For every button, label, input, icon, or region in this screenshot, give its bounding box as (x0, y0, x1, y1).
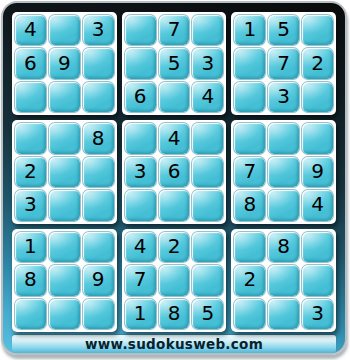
cell-r5c3[interactable] (83, 157, 114, 187)
cell-digit: 9 (58, 53, 71, 73)
box-2-3: 7984 (231, 120, 336, 223)
cell-r7c6[interactable] (192, 232, 223, 262)
cell-digit: 2 (243, 269, 256, 289)
cell-r6c3[interactable] (83, 190, 114, 220)
cell-r9c2[interactable] (49, 299, 80, 329)
cell-r8c4[interactable]: 7 (125, 265, 156, 295)
box-3-3: 823 (231, 229, 336, 332)
cell-r4c9[interactable] (302, 123, 333, 153)
footer-bar: www.sudokusweb.com (12, 335, 336, 353)
cell-r8c1[interactable]: 8 (15, 265, 46, 295)
cell-r6c5[interactable] (159, 190, 190, 220)
cell-r1c7[interactable]: 1 (234, 15, 265, 45)
cell-r9c3[interactable] (83, 299, 114, 329)
cell-r9c9[interactable]: 3 (302, 299, 333, 329)
cell-digit: 4 (311, 194, 324, 214)
cell-digit: 6 (168, 161, 181, 181)
cell-digit: 5 (168, 53, 181, 73)
cell-r1c6[interactable] (192, 15, 223, 45)
cell-digit: 4 (202, 86, 215, 106)
cell-digit: 3 (24, 194, 37, 214)
cell-r9c5[interactable]: 8 (159, 299, 190, 329)
cell-r1c1[interactable]: 4 (15, 15, 46, 45)
cell-r3c7[interactable] (234, 82, 265, 112)
cell-r7c4[interactable]: 4 (125, 232, 156, 262)
cell-r5c9[interactable]: 9 (302, 157, 333, 187)
cell-r6c2[interactable] (49, 190, 80, 220)
cell-digit: 7 (168, 19, 181, 39)
cell-r6c1[interactable]: 3 (15, 190, 46, 220)
cell-r2c8[interactable]: 7 (268, 48, 299, 78)
cell-r9c7[interactable] (234, 299, 265, 329)
cell-r2c6[interactable]: 3 (192, 48, 223, 78)
cell-r5c4[interactable]: 3 (125, 157, 156, 187)
cell-r7c7[interactable] (234, 232, 265, 262)
box-3-2: 427185 (122, 229, 227, 332)
cell-r3c1[interactable] (15, 82, 46, 112)
cell-r1c2[interactable] (49, 15, 80, 45)
cell-digit: 8 (277, 236, 290, 256)
cell-r5c8[interactable] (268, 157, 299, 187)
cell-digit: 9 (311, 161, 324, 181)
cell-r6c7[interactable]: 8 (234, 190, 265, 220)
cell-r2c2[interactable]: 9 (49, 48, 80, 78)
cell-digit: 1 (243, 19, 256, 39)
cell-digit: 9 (92, 269, 105, 289)
cell-r8c7[interactable]: 2 (234, 265, 265, 295)
cell-digit: 2 (24, 161, 37, 181)
cell-r3c4[interactable]: 6 (125, 82, 156, 112)
box-2-1: 823 (12, 120, 117, 223)
cell-r9c4[interactable]: 1 (125, 299, 156, 329)
cell-r2c3[interactable] (83, 48, 114, 78)
cell-r3c6[interactable]: 4 (192, 82, 223, 112)
cell-r3c5[interactable] (159, 82, 190, 112)
box-3-1: 189 (12, 229, 117, 332)
cell-digit: 8 (168, 303, 181, 323)
cell-r3c8[interactable]: 3 (268, 82, 299, 112)
site-url-label: www.sudokusweb.com (85, 336, 263, 352)
cell-r7c3[interactable] (83, 232, 114, 262)
cell-r6c9[interactable]: 4 (302, 190, 333, 220)
cell-r1c8[interactable]: 5 (268, 15, 299, 45)
cell-r2c5[interactable]: 5 (159, 48, 190, 78)
cell-r5c7[interactable]: 7 (234, 157, 265, 187)
cell-digit: 7 (134, 269, 147, 289)
cell-r4c6[interactable] (192, 123, 223, 153)
cell-r4c8[interactable] (268, 123, 299, 153)
cell-digit: 5 (202, 303, 215, 323)
cell-r7c8[interactable]: 8 (268, 232, 299, 262)
cell-r4c5[interactable]: 4 (159, 123, 190, 153)
cell-r2c1[interactable]: 6 (15, 48, 46, 78)
cell-digit: 8 (92, 128, 105, 148)
cell-digit: 3 (202, 53, 215, 73)
cell-r8c2[interactable] (49, 265, 80, 295)
cell-digit: 3 (92, 19, 105, 39)
cell-digit: 7 (243, 161, 256, 181)
cell-r1c3[interactable]: 3 (83, 15, 114, 45)
cell-r3c3[interactable] (83, 82, 114, 112)
cell-digit: 4 (134, 236, 147, 256)
cell-r1c9[interactable] (302, 15, 333, 45)
cell-r5c6[interactable] (192, 157, 223, 187)
cell-digit: 4 (24, 19, 37, 39)
cell-r4c7[interactable] (234, 123, 265, 153)
cell-r5c1[interactable]: 2 (15, 157, 46, 187)
cell-r1c5[interactable]: 7 (159, 15, 190, 45)
cell-r5c2[interactable] (49, 157, 80, 187)
cell-digit: 6 (24, 53, 37, 73)
cell-r7c5[interactable]: 2 (159, 232, 190, 262)
cell-r8c6[interactable] (192, 265, 223, 295)
cell-digit: 1 (24, 236, 37, 256)
cell-r6c6[interactable] (192, 190, 223, 220)
cell-digit: 3 (311, 303, 324, 323)
sudoku-grid: 436975364157238234367984189427185823 (12, 12, 336, 332)
cell-r2c7[interactable] (234, 48, 265, 78)
cell-r1c4[interactable] (125, 15, 156, 45)
sudoku-board: 436975364157238234367984189427185823 www… (1, 1, 347, 355)
cell-r8c9[interactable] (302, 265, 333, 295)
cell-r7c1[interactable]: 1 (15, 232, 46, 262)
cell-r3c9[interactable] (302, 82, 333, 112)
cell-r6c8[interactable] (268, 190, 299, 220)
cell-r4c1[interactable] (15, 123, 46, 153)
cell-digit: 5 (277, 19, 290, 39)
box-1-3: 15723 (231, 12, 336, 115)
cell-r8c8[interactable] (268, 265, 299, 295)
cell-r4c3[interactable]: 8 (83, 123, 114, 153)
cell-r2c9[interactable]: 2 (302, 48, 333, 78)
cell-digit: 3 (134, 161, 147, 181)
cell-digit: 3 (277, 86, 290, 106)
cell-digit: 1 (134, 303, 147, 323)
cell-digit: 2 (168, 236, 181, 256)
cell-r3c2[interactable] (49, 82, 80, 112)
cell-r9c8[interactable] (268, 299, 299, 329)
box-1-1: 4369 (12, 12, 117, 115)
box-2-2: 436 (122, 120, 227, 223)
cell-r5c5[interactable]: 6 (159, 157, 190, 187)
cell-r8c3[interactable]: 9 (83, 265, 114, 295)
cell-r9c1[interactable] (15, 299, 46, 329)
cell-r7c2[interactable] (49, 232, 80, 262)
box-1-2: 75364 (122, 12, 227, 115)
cell-r4c4[interactable] (125, 123, 156, 153)
cell-digit: 7 (277, 53, 290, 73)
cell-r9c6[interactable]: 5 (192, 299, 223, 329)
cell-r2c4[interactable] (125, 48, 156, 78)
cell-r7c9[interactable] (302, 232, 333, 262)
cell-r4c2[interactable] (49, 123, 80, 153)
cell-digit: 4 (168, 128, 181, 148)
cell-digit: 8 (24, 269, 37, 289)
cell-digit: 2 (311, 53, 324, 73)
cell-r6c4[interactable] (125, 190, 156, 220)
cell-digit: 6 (134, 86, 147, 106)
cell-r8c5[interactable] (159, 265, 190, 295)
cell-digit: 8 (243, 194, 256, 214)
